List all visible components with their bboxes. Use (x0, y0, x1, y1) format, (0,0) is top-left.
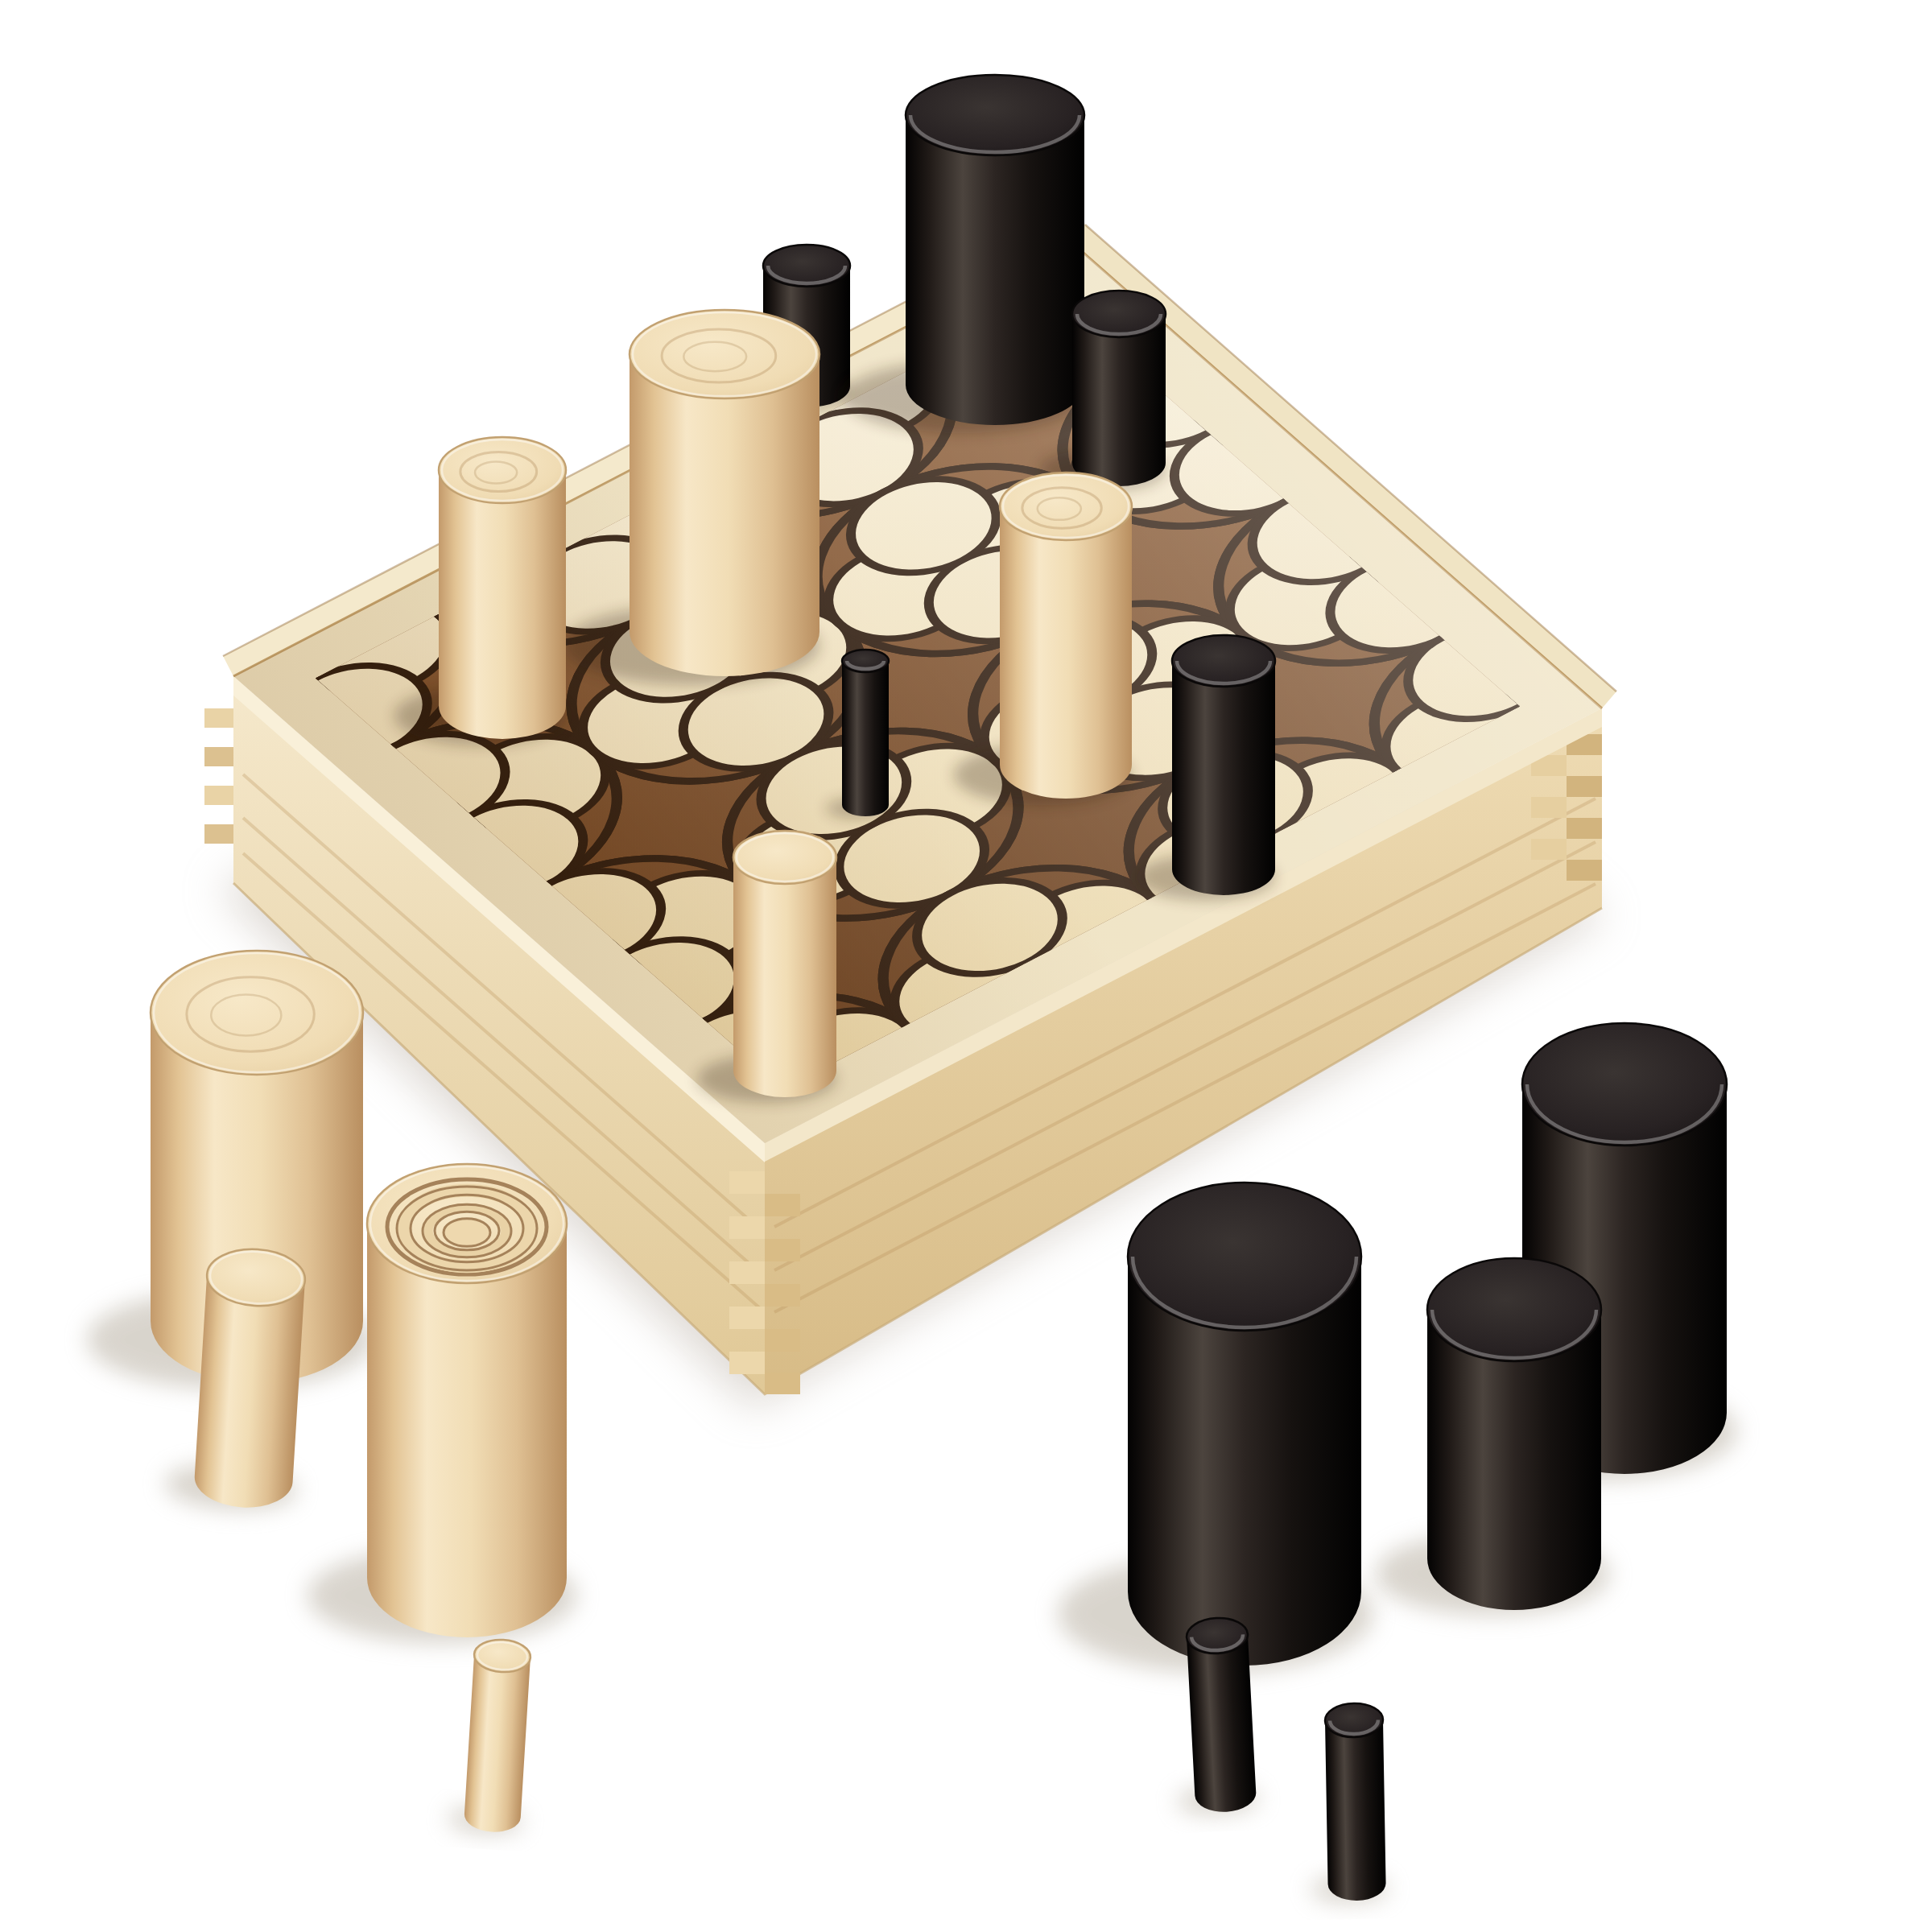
cylinder-top (763, 245, 850, 287)
cylinder-body (1072, 314, 1166, 486)
nested-peg-top (444, 1219, 490, 1247)
cylinder-body (630, 354, 819, 676)
cylinder-top (1128, 1183, 1361, 1331)
cylinder-top (1522, 1023, 1727, 1146)
cylinder-top (630, 310, 819, 398)
cylinder-body (464, 1654, 530, 1834)
cylinder-body (1187, 1634, 1257, 1814)
scene-wooden-tictactoe (0, 0, 1932, 1932)
cylinder-body (733, 857, 836, 1097)
cylinder-body (1000, 506, 1132, 799)
cylinder-body (1325, 1719, 1386, 1901)
cylinder-top (906, 75, 1084, 155)
cylinder-top (1072, 291, 1166, 337)
cylinder-body (367, 1224, 567, 1637)
cylinder-body (906, 115, 1084, 425)
cylinder-top (1000, 473, 1132, 540)
cylinder-top (439, 437, 566, 503)
cylinder-body (1172, 661, 1275, 895)
product-photo-stage (0, 0, 1932, 1932)
cylinder-body (842, 661, 889, 816)
cylinder-body (439, 470, 566, 739)
cylinder-top (733, 831, 836, 884)
cylinder-top (1172, 635, 1275, 687)
cylinder-top (1427, 1258, 1601, 1361)
cylinder-top (151, 951, 363, 1075)
cylinder-body (193, 1274, 305, 1510)
